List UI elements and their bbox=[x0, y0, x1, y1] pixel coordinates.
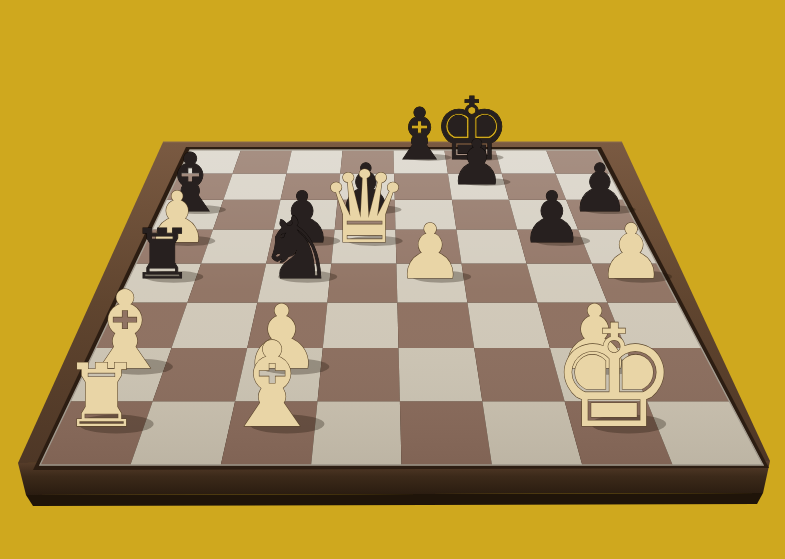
square-d3[interactable] bbox=[323, 303, 399, 348]
square-e3[interactable] bbox=[397, 303, 474, 348]
piece-black-knight-c4[interactable]: ♞ bbox=[258, 198, 335, 298]
square-f4[interactable] bbox=[462, 264, 538, 303]
square-f3[interactable] bbox=[467, 303, 550, 348]
chess-app-window: ♝♚♟♝♟♟♟♟♛♟♜♞♟♟♝♟♟♜♝♚ bbox=[0, 0, 785, 559]
square-e2[interactable] bbox=[399, 348, 483, 401]
square-f5[interactable] bbox=[456, 230, 526, 264]
piece-black-pawn-f7[interactable]: ♟ bbox=[449, 126, 505, 199]
square-d2[interactable] bbox=[318, 348, 400, 401]
square-e1[interactable] bbox=[400, 401, 492, 465]
piece-white-rook-a1[interactable]: ♜ bbox=[62, 345, 140, 447]
piece-white-bishop-c1[interactable]: ♝ bbox=[220, 317, 326, 454]
square-d4[interactable] bbox=[327, 264, 397, 303]
piece-white-pawn-h4[interactable]: ♟ bbox=[597, 208, 665, 296]
board-scene: ♝♚♟♝♟♟♟♟♛♟♜♞♟♟♝♟♟♜♝♚ bbox=[0, 0, 785, 559]
board-bottom-edge bbox=[26, 493, 763, 506]
piece-white-king-g1[interactable]: ♚ bbox=[550, 294, 677, 459]
piece-black-pawn-g5[interactable]: ♟ bbox=[520, 176, 583, 259]
piece-white-pawn-e4[interactable]: ♟ bbox=[396, 208, 464, 296]
square-b8[interactable] bbox=[233, 150, 292, 174]
